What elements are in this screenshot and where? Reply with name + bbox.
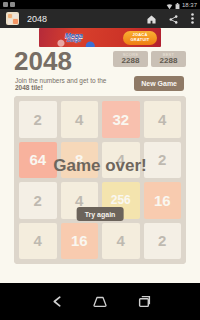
nav-home-icon[interactable] [92, 294, 108, 310]
header-row: 2048 SCORE 2288 BEST 2288 [0, 47, 200, 73]
app-bar-title: 2048 [27, 14, 147, 24]
app-icon-tile [8, 14, 13, 19]
clock: 18:37 [182, 2, 197, 8]
notification-icon [10, 2, 15, 7]
nav-recents-icon[interactable] [136, 294, 152, 310]
best-box: BEST 2288 [151, 51, 186, 67]
board[interactable]: 2432464842242561641642 Game over! Try ag… [14, 96, 186, 264]
app-icon-tile [13, 19, 18, 24]
game-over-overlay: Game over! Try again [14, 96, 186, 264]
app-icon-tile [8, 19, 13, 24]
intro-text: Join the numbers and get to the 2048 til… [15, 77, 133, 91]
share-icon[interactable] [169, 10, 178, 28]
subtitle-row: Join the numbers and get to the 2048 til… [0, 73, 200, 91]
board-wrap: 2432464842242561641642 Game over! Try ag… [0, 96, 200, 264]
app-bar: 2048 [0, 9, 200, 28]
try-again-button[interactable]: Try again [77, 207, 124, 221]
android-nav-bar [0, 283, 200, 320]
app-icon-tile [13, 14, 18, 19]
spacer [0, 264, 200, 283]
score-value: 2288 [122, 57, 140, 65]
ad-cta-button[interactable]: JOACĂ GRATUIT [123, 31, 157, 45]
nav-back-icon[interactable] [48, 294, 64, 310]
score-boxes: SCORE 2288 BEST 2288 [113, 51, 186, 67]
ad-row: Mega Bingo JOACĂ GRATUIT [0, 28, 200, 47]
best-value: 2288 [160, 57, 178, 65]
ad-logo: Mega Bingo [65, 33, 83, 43]
ad-logo-line2: Bingo [65, 38, 83, 43]
screen: 18:37 2048 [0, 0, 200, 320]
notification-area [3, 2, 15, 7]
status-bar: 18:37 [0, 0, 200, 9]
ad-cta-line2: GRATUIT [131, 38, 150, 43]
app-bar-actions [147, 10, 194, 28]
ad-banner[interactable]: Mega Bingo JOACĂ GRATUIT [39, 28, 161, 47]
intro-text-bold: 2048 tile! [15, 84, 43, 91]
game-over-message: Game over! [14, 156, 186, 176]
app-icon [6, 12, 19, 25]
home-icon[interactable] [147, 10, 156, 28]
overflow-menu-icon[interactable] [191, 10, 194, 28]
intro-text-prefix: Join the numbers and get to the [15, 77, 106, 84]
notification-icon [3, 2, 8, 7]
score-box: SCORE 2288 [113, 51, 148, 67]
page-title: 2048 [14, 49, 113, 73]
new-game-button[interactable]: New Game [134, 76, 184, 91]
